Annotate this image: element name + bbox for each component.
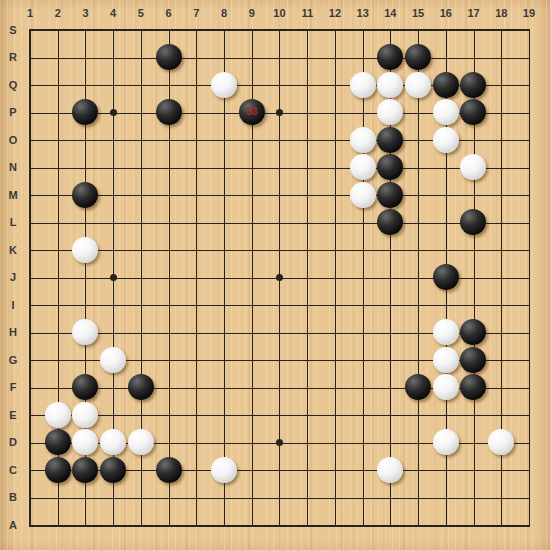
cell-4A[interactable] bbox=[99, 511, 127, 539]
cell-10S[interactable] bbox=[266, 16, 294, 44]
cell-3G[interactable] bbox=[72, 346, 100, 374]
cell-6S[interactable] bbox=[155, 16, 183, 44]
cell-16J[interactable] bbox=[432, 263, 460, 291]
cell-18K[interactable] bbox=[487, 236, 515, 264]
cell-13F[interactable] bbox=[349, 373, 377, 401]
cell-8R[interactable] bbox=[210, 43, 238, 71]
cell-15G[interactable] bbox=[404, 346, 432, 374]
cell-15H[interactable] bbox=[404, 318, 432, 346]
cell-13O[interactable] bbox=[349, 126, 377, 154]
cell-8C[interactable] bbox=[210, 456, 238, 484]
cell-12O[interactable] bbox=[321, 126, 349, 154]
cell-4G[interactable] bbox=[99, 346, 127, 374]
cell-1K[interactable] bbox=[16, 236, 44, 264]
cell-12P[interactable] bbox=[321, 98, 349, 126]
cell-11Q[interactable] bbox=[293, 71, 321, 99]
cell-13D[interactable] bbox=[349, 428, 377, 456]
cell-2L[interactable] bbox=[44, 208, 72, 236]
cell-16G[interactable] bbox=[432, 346, 460, 374]
cell-15P[interactable] bbox=[404, 98, 432, 126]
cell-17M[interactable] bbox=[460, 181, 488, 209]
cell-1R[interactable] bbox=[16, 43, 44, 71]
cell-18G[interactable] bbox=[487, 346, 515, 374]
cell-7M[interactable] bbox=[182, 181, 210, 209]
cell-12N[interactable] bbox=[321, 153, 349, 181]
cell-17N[interactable] bbox=[460, 153, 488, 181]
cell-19P[interactable] bbox=[515, 98, 543, 126]
cell-18E[interactable] bbox=[487, 401, 515, 429]
cell-18O[interactable] bbox=[487, 126, 515, 154]
cell-18F[interactable] bbox=[487, 373, 515, 401]
cell-10E[interactable] bbox=[266, 401, 294, 429]
cell-16A[interactable] bbox=[432, 511, 460, 539]
cell-12Q[interactable] bbox=[321, 71, 349, 99]
cell-16Q[interactable] bbox=[432, 71, 460, 99]
cell-13Q[interactable] bbox=[349, 71, 377, 99]
cell-8A[interactable] bbox=[210, 511, 238, 539]
cell-3E[interactable] bbox=[72, 401, 100, 429]
cell-4S[interactable] bbox=[99, 16, 127, 44]
cell-1L[interactable] bbox=[16, 208, 44, 236]
cell-14M[interactable] bbox=[376, 181, 404, 209]
cell-9N[interactable] bbox=[238, 153, 266, 181]
cell-14B[interactable] bbox=[376, 483, 404, 511]
cell-7D[interactable] bbox=[182, 428, 210, 456]
cell-8L[interactable] bbox=[210, 208, 238, 236]
cell-11R[interactable] bbox=[293, 43, 321, 71]
cell-5E[interactable] bbox=[127, 401, 155, 429]
cell-6O[interactable] bbox=[155, 126, 183, 154]
cell-10A[interactable] bbox=[266, 511, 294, 539]
cell-2I[interactable] bbox=[44, 291, 72, 319]
cell-2O[interactable] bbox=[44, 126, 72, 154]
cell-2M[interactable] bbox=[44, 181, 72, 209]
cell-9I[interactable] bbox=[238, 291, 266, 319]
cell-12C[interactable] bbox=[321, 456, 349, 484]
cell-18H[interactable] bbox=[487, 318, 515, 346]
cell-18M[interactable] bbox=[487, 181, 515, 209]
cell-11L[interactable] bbox=[293, 208, 321, 236]
cell-5N[interactable] bbox=[127, 153, 155, 181]
cell-6N[interactable] bbox=[155, 153, 183, 181]
cell-10O[interactable] bbox=[266, 126, 294, 154]
cell-1P[interactable] bbox=[16, 98, 44, 126]
cell-4F[interactable] bbox=[99, 373, 127, 401]
cell-13M[interactable] bbox=[349, 181, 377, 209]
cell-18I[interactable] bbox=[487, 291, 515, 319]
cell-10H[interactable] bbox=[266, 318, 294, 346]
cell-10L[interactable] bbox=[266, 208, 294, 236]
cell-15I[interactable] bbox=[404, 291, 432, 319]
cell-10K[interactable] bbox=[266, 236, 294, 264]
cell-15A[interactable] bbox=[404, 511, 432, 539]
cell-11N[interactable] bbox=[293, 153, 321, 181]
cell-17K[interactable] bbox=[460, 236, 488, 264]
cell-3F[interactable] bbox=[72, 373, 100, 401]
cell-15F[interactable] bbox=[404, 373, 432, 401]
cell-18S[interactable] bbox=[487, 16, 515, 44]
cell-8D[interactable] bbox=[210, 428, 238, 456]
cell-16L[interactable] bbox=[432, 208, 460, 236]
cell-12R[interactable] bbox=[321, 43, 349, 71]
cell-6M[interactable] bbox=[155, 181, 183, 209]
cell-11D[interactable] bbox=[293, 428, 321, 456]
cell-3P[interactable] bbox=[72, 98, 100, 126]
cell-6C[interactable] bbox=[155, 456, 183, 484]
cell-8N[interactable] bbox=[210, 153, 238, 181]
cell-4Q[interactable] bbox=[99, 71, 127, 99]
cell-19R[interactable] bbox=[515, 43, 543, 71]
cell-11P[interactable] bbox=[293, 98, 321, 126]
cell-12G[interactable] bbox=[321, 346, 349, 374]
cell-15C[interactable] bbox=[404, 456, 432, 484]
cell-11A[interactable] bbox=[293, 511, 321, 539]
cell-2Q[interactable] bbox=[44, 71, 72, 99]
cell-11O[interactable] bbox=[293, 126, 321, 154]
cell-14A[interactable] bbox=[376, 511, 404, 539]
cell-8P[interactable] bbox=[210, 98, 238, 126]
cell-5F[interactable] bbox=[127, 373, 155, 401]
cell-5D[interactable] bbox=[127, 428, 155, 456]
cell-9R[interactable] bbox=[238, 43, 266, 71]
cell-2C[interactable] bbox=[44, 456, 72, 484]
cell-19G[interactable] bbox=[515, 346, 543, 374]
cell-12E[interactable] bbox=[321, 401, 349, 429]
cell-2P[interactable] bbox=[44, 98, 72, 126]
cell-7I[interactable] bbox=[182, 291, 210, 319]
cell-9M[interactable] bbox=[238, 181, 266, 209]
cell-9O[interactable] bbox=[238, 126, 266, 154]
cell-18L[interactable] bbox=[487, 208, 515, 236]
cell-14D[interactable] bbox=[376, 428, 404, 456]
cell-9C[interactable] bbox=[238, 456, 266, 484]
cell-17D[interactable] bbox=[460, 428, 488, 456]
cell-16O[interactable] bbox=[432, 126, 460, 154]
cell-9H[interactable] bbox=[238, 318, 266, 346]
cell-2G[interactable] bbox=[44, 346, 72, 374]
cell-3L[interactable] bbox=[72, 208, 100, 236]
cell-12M[interactable] bbox=[321, 181, 349, 209]
cell-5K[interactable] bbox=[127, 236, 155, 264]
cell-1G[interactable] bbox=[16, 346, 44, 374]
cell-4J[interactable] bbox=[99, 263, 127, 291]
cell-8B[interactable] bbox=[210, 483, 238, 511]
cell-9E[interactable] bbox=[238, 401, 266, 429]
cell-3J[interactable] bbox=[72, 263, 100, 291]
cell-19A[interactable] bbox=[515, 511, 543, 539]
cell-18Q[interactable] bbox=[487, 71, 515, 99]
cell-13P[interactable] bbox=[349, 98, 377, 126]
cell-10B[interactable] bbox=[266, 483, 294, 511]
cell-16H[interactable] bbox=[432, 318, 460, 346]
cell-8F[interactable] bbox=[210, 373, 238, 401]
cell-13E[interactable] bbox=[349, 401, 377, 429]
cell-19C[interactable] bbox=[515, 456, 543, 484]
cell-8G[interactable] bbox=[210, 346, 238, 374]
cell-6P[interactable] bbox=[155, 98, 183, 126]
cell-16P[interactable] bbox=[432, 98, 460, 126]
cell-8J[interactable] bbox=[210, 263, 238, 291]
cell-5H[interactable] bbox=[127, 318, 155, 346]
cell-2E[interactable] bbox=[44, 401, 72, 429]
cell-2F[interactable] bbox=[44, 373, 72, 401]
cell-1Q[interactable] bbox=[16, 71, 44, 99]
cell-14Q[interactable] bbox=[376, 71, 404, 99]
cell-19D[interactable] bbox=[515, 428, 543, 456]
cell-16I[interactable] bbox=[432, 291, 460, 319]
cell-4M[interactable] bbox=[99, 181, 127, 209]
cell-2A[interactable] bbox=[44, 511, 72, 539]
cell-14O[interactable] bbox=[376, 126, 404, 154]
cell-11F[interactable] bbox=[293, 373, 321, 401]
cell-8K[interactable] bbox=[210, 236, 238, 264]
cell-11E[interactable] bbox=[293, 401, 321, 429]
cell-8M[interactable] bbox=[210, 181, 238, 209]
cell-3H[interactable] bbox=[72, 318, 100, 346]
cell-13H[interactable] bbox=[349, 318, 377, 346]
cell-18A[interactable] bbox=[487, 511, 515, 539]
cell-12B[interactable] bbox=[321, 483, 349, 511]
cell-9D[interactable] bbox=[238, 428, 266, 456]
cell-14H[interactable] bbox=[376, 318, 404, 346]
cell-16N[interactable] bbox=[432, 153, 460, 181]
cell-7K[interactable] bbox=[182, 236, 210, 264]
cell-14G[interactable] bbox=[376, 346, 404, 374]
cell-1H[interactable] bbox=[16, 318, 44, 346]
cell-4P[interactable] bbox=[99, 98, 127, 126]
cell-10M[interactable] bbox=[266, 181, 294, 209]
cell-18B[interactable] bbox=[487, 483, 515, 511]
cell-6F[interactable] bbox=[155, 373, 183, 401]
cell-16S[interactable] bbox=[432, 16, 460, 44]
cell-17F[interactable] bbox=[460, 373, 488, 401]
cell-6I[interactable] bbox=[155, 291, 183, 319]
cell-13C[interactable] bbox=[349, 456, 377, 484]
cell-17G[interactable] bbox=[460, 346, 488, 374]
cell-5R[interactable] bbox=[127, 43, 155, 71]
cell-8Q[interactable] bbox=[210, 71, 238, 99]
cell-3D[interactable] bbox=[72, 428, 100, 456]
cell-1M[interactable] bbox=[16, 181, 44, 209]
cell-12F[interactable] bbox=[321, 373, 349, 401]
cell-7S[interactable] bbox=[182, 16, 210, 44]
cell-10D[interactable] bbox=[266, 428, 294, 456]
cell-5G[interactable] bbox=[127, 346, 155, 374]
cell-3K[interactable] bbox=[72, 236, 100, 264]
cell-10G[interactable] bbox=[266, 346, 294, 374]
cell-5C[interactable] bbox=[127, 456, 155, 484]
cell-6K[interactable] bbox=[155, 236, 183, 264]
cell-14K[interactable] bbox=[376, 236, 404, 264]
cell-4O[interactable] bbox=[99, 126, 127, 154]
cell-11I[interactable] bbox=[293, 291, 321, 319]
cell-11B[interactable] bbox=[293, 483, 321, 511]
cell-10I[interactable] bbox=[266, 291, 294, 319]
cell-19M[interactable] bbox=[515, 181, 543, 209]
cell-15J[interactable] bbox=[404, 263, 432, 291]
cell-2D[interactable] bbox=[44, 428, 72, 456]
cell-13I[interactable] bbox=[349, 291, 377, 319]
cell-17I[interactable] bbox=[460, 291, 488, 319]
cell-1E[interactable] bbox=[16, 401, 44, 429]
cell-9K[interactable] bbox=[238, 236, 266, 264]
cell-3Q[interactable] bbox=[72, 71, 100, 99]
cell-18D[interactable] bbox=[487, 428, 515, 456]
cell-10R[interactable] bbox=[266, 43, 294, 71]
cell-6L[interactable] bbox=[155, 208, 183, 236]
cell-4D[interactable] bbox=[99, 428, 127, 456]
cell-3B[interactable] bbox=[72, 483, 100, 511]
cell-6G[interactable] bbox=[155, 346, 183, 374]
cell-2J[interactable] bbox=[44, 263, 72, 291]
cell-4E[interactable] bbox=[99, 401, 127, 429]
cell-18C[interactable] bbox=[487, 456, 515, 484]
cell-7J[interactable] bbox=[182, 263, 210, 291]
cell-12A[interactable] bbox=[321, 511, 349, 539]
cell-10Q[interactable] bbox=[266, 71, 294, 99]
cell-7C[interactable] bbox=[182, 456, 210, 484]
cell-17H[interactable] bbox=[460, 318, 488, 346]
cell-8O[interactable] bbox=[210, 126, 238, 154]
cell-11J[interactable] bbox=[293, 263, 321, 291]
cell-12J[interactable] bbox=[321, 263, 349, 291]
cell-9J[interactable] bbox=[238, 263, 266, 291]
cell-6R[interactable] bbox=[155, 43, 183, 71]
cell-7P[interactable] bbox=[182, 98, 210, 126]
cell-7G[interactable] bbox=[182, 346, 210, 374]
cell-12I[interactable] bbox=[321, 291, 349, 319]
cell-7Q[interactable] bbox=[182, 71, 210, 99]
cell-3C[interactable] bbox=[72, 456, 100, 484]
cell-3O[interactable] bbox=[72, 126, 100, 154]
cell-9S[interactable] bbox=[238, 16, 266, 44]
cell-18N[interactable] bbox=[487, 153, 515, 181]
cell-13A[interactable] bbox=[349, 511, 377, 539]
cell-9Q[interactable] bbox=[238, 71, 266, 99]
cell-6B[interactable] bbox=[155, 483, 183, 511]
cell-9F[interactable] bbox=[238, 373, 266, 401]
cell-5M[interactable] bbox=[127, 181, 155, 209]
cell-8I[interactable] bbox=[210, 291, 238, 319]
cell-7N[interactable] bbox=[182, 153, 210, 181]
cell-8S[interactable] bbox=[210, 16, 238, 44]
cell-13R[interactable] bbox=[349, 43, 377, 71]
cell-10P[interactable] bbox=[266, 98, 294, 126]
cell-4B[interactable] bbox=[99, 483, 127, 511]
cell-16C[interactable] bbox=[432, 456, 460, 484]
cell-14F[interactable] bbox=[376, 373, 404, 401]
cell-6A[interactable] bbox=[155, 511, 183, 539]
cell-17A[interactable] bbox=[460, 511, 488, 539]
cell-14I[interactable] bbox=[376, 291, 404, 319]
cell-2K[interactable] bbox=[44, 236, 72, 264]
cell-11C[interactable] bbox=[293, 456, 321, 484]
cell-17C[interactable] bbox=[460, 456, 488, 484]
cell-17R[interactable] bbox=[460, 43, 488, 71]
cell-18P[interactable] bbox=[487, 98, 515, 126]
cell-19S[interactable] bbox=[515, 16, 543, 44]
cell-14L[interactable] bbox=[376, 208, 404, 236]
cell-3M[interactable] bbox=[72, 181, 100, 209]
cell-19O[interactable] bbox=[515, 126, 543, 154]
cell-15M[interactable] bbox=[404, 181, 432, 209]
cell-4N[interactable] bbox=[99, 153, 127, 181]
cell-1C[interactable] bbox=[16, 456, 44, 484]
cell-5Q[interactable] bbox=[127, 71, 155, 99]
cell-15E[interactable] bbox=[404, 401, 432, 429]
cell-18R[interactable] bbox=[487, 43, 515, 71]
cell-3S[interactable] bbox=[72, 16, 100, 44]
cell-7L[interactable] bbox=[182, 208, 210, 236]
cell-14S[interactable] bbox=[376, 16, 404, 44]
cell-11K[interactable] bbox=[293, 236, 321, 264]
cell-4I[interactable] bbox=[99, 291, 127, 319]
cell-9B[interactable] bbox=[238, 483, 266, 511]
cell-15D[interactable] bbox=[404, 428, 432, 456]
cell-2H[interactable] bbox=[44, 318, 72, 346]
cell-8H[interactable] bbox=[210, 318, 238, 346]
cell-16R[interactable] bbox=[432, 43, 460, 71]
cell-3N[interactable] bbox=[72, 153, 100, 181]
cell-15S[interactable] bbox=[404, 16, 432, 44]
cell-16D[interactable] bbox=[432, 428, 460, 456]
cell-5O[interactable] bbox=[127, 126, 155, 154]
cell-1A[interactable] bbox=[16, 511, 44, 539]
cell-17P[interactable] bbox=[460, 98, 488, 126]
cell-1D[interactable] bbox=[16, 428, 44, 456]
cell-1J[interactable] bbox=[16, 263, 44, 291]
cell-3A[interactable] bbox=[72, 511, 100, 539]
cell-17L[interactable] bbox=[460, 208, 488, 236]
cell-4R[interactable] bbox=[99, 43, 127, 71]
cell-6E[interactable] bbox=[155, 401, 183, 429]
cell-1O[interactable] bbox=[16, 126, 44, 154]
cell-7A[interactable] bbox=[182, 511, 210, 539]
cell-7F[interactable] bbox=[182, 373, 210, 401]
cell-19F[interactable] bbox=[515, 373, 543, 401]
cell-17O[interactable] bbox=[460, 126, 488, 154]
cell-14R[interactable] bbox=[376, 43, 404, 71]
cell-15R[interactable] bbox=[404, 43, 432, 71]
cell-14J[interactable] bbox=[376, 263, 404, 291]
cell-12S[interactable] bbox=[321, 16, 349, 44]
cell-13G[interactable] bbox=[349, 346, 377, 374]
cell-2R[interactable] bbox=[44, 43, 72, 71]
cell-14E[interactable] bbox=[376, 401, 404, 429]
cell-7O[interactable] bbox=[182, 126, 210, 154]
cell-3I[interactable] bbox=[72, 291, 100, 319]
cell-5J[interactable] bbox=[127, 263, 155, 291]
cell-5L[interactable] bbox=[127, 208, 155, 236]
cell-11M[interactable] bbox=[293, 181, 321, 209]
cell-14P[interactable] bbox=[376, 98, 404, 126]
cell-9A[interactable] bbox=[238, 511, 266, 539]
cell-3R[interactable] bbox=[72, 43, 100, 71]
cell-16K[interactable] bbox=[432, 236, 460, 264]
cell-6J[interactable] bbox=[155, 263, 183, 291]
cell-16B[interactable] bbox=[432, 483, 460, 511]
cell-18J[interactable] bbox=[487, 263, 515, 291]
cell-12H[interactable] bbox=[321, 318, 349, 346]
cell-2S[interactable] bbox=[44, 16, 72, 44]
cell-14N[interactable] bbox=[376, 153, 404, 181]
cell-1B[interactable] bbox=[16, 483, 44, 511]
cell-16M[interactable] bbox=[432, 181, 460, 209]
cell-6H[interactable] bbox=[155, 318, 183, 346]
cell-8E[interactable] bbox=[210, 401, 238, 429]
cell-10J[interactable] bbox=[266, 263, 294, 291]
cell-6Q[interactable] bbox=[155, 71, 183, 99]
